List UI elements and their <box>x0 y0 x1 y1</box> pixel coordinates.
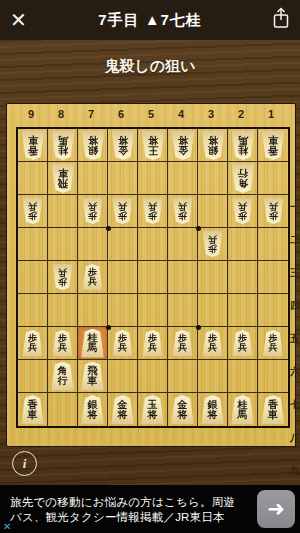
shogi-piece-bishop-gote: 角行 <box>231 164 255 193</box>
rank-label: 一 <box>290 190 300 223</box>
shogi-piece-pawn-sente: 歩兵 <box>52 330 73 356</box>
rank-labels: 一二三四五六七八九 <box>290 190 297 487</box>
shogi-piece-king-sente: 玉将 <box>141 395 165 424</box>
main-area: 鬼殺しの狙い 987654321 香車桂馬銀将金将王将金将銀将桂馬香車飛車角行歩… <box>0 40 300 485</box>
rank-label: 四 <box>290 289 300 322</box>
board-cell: 香車 <box>258 393 288 426</box>
board-cell <box>48 393 78 426</box>
file-label: 4 <box>166 108 196 123</box>
file-label: 1 <box>256 108 286 123</box>
board-cell: 歩兵 <box>78 261 108 294</box>
file-labels: 987654321 <box>16 108 295 123</box>
board-cell <box>78 162 108 195</box>
board-cell <box>108 228 138 261</box>
board-cell: 歩兵 <box>168 327 198 360</box>
board-cell <box>258 228 288 261</box>
board-cell <box>18 360 48 393</box>
board-cell <box>108 261 138 294</box>
board-cell: 飛車 <box>78 360 108 393</box>
shogi-piece-pawn-gote: 歩兵 <box>82 198 103 224</box>
rank-label: 七 <box>290 388 300 421</box>
board-cell: 歩兵 <box>228 195 258 228</box>
board-cell <box>198 195 228 228</box>
ad-close-button[interactable]: ✕ <box>3 521 11 532</box>
rank-label: 九 <box>290 454 300 487</box>
rank-label: 三 <box>290 256 300 289</box>
shogi-piece-pawn-sente: 歩兵 <box>232 330 253 356</box>
shogi-piece-pawn-sente: 歩兵 <box>82 264 103 290</box>
shogi-piece-pawn-sente: 歩兵 <box>142 330 163 356</box>
board-cell <box>138 162 168 195</box>
board-cell: 歩兵 <box>108 327 138 360</box>
board-cell: 歩兵 <box>48 327 78 360</box>
board-cell: 金将 <box>108 129 138 162</box>
board-cell <box>108 162 138 195</box>
rank-label: 六 <box>290 355 300 388</box>
board-cell: 桂馬 <box>228 129 258 162</box>
shogi-piece-lance-sente: 香車 <box>261 395 285 424</box>
board-cell: 銀将 <box>198 393 228 426</box>
board-cell <box>198 162 228 195</box>
shogi-piece-pawn-gote: 歩兵 <box>52 264 73 290</box>
board-cell <box>198 261 228 294</box>
shogi-piece-knight-sente: 桂馬 <box>81 329 105 358</box>
file-label: 6 <box>106 108 136 123</box>
board-cell: 銀将 <box>198 129 228 162</box>
board-cell: 飛車 <box>48 162 78 195</box>
app-screen: ✕ 7手目 ▲7七桂 鬼殺しの狙い 987654321 香車桂馬銀将金将王将金将… <box>0 0 300 533</box>
board-cell <box>78 228 108 261</box>
board-cell: 桂馬 <box>78 327 108 360</box>
board-cell <box>108 294 138 327</box>
board-cell: 歩兵 <box>198 327 228 360</box>
file-label: 5 <box>136 108 166 123</box>
board-cell <box>78 294 108 327</box>
board-cell: 銀将 <box>78 129 108 162</box>
shogi-piece-pawn-gote: 歩兵 <box>202 231 223 257</box>
shogi-piece-pawn-sente: 歩兵 <box>112 330 133 356</box>
board-cell <box>168 162 198 195</box>
board-grid: 香車桂馬銀将金将王将金将銀将桂馬香車飛車角行歩兵歩兵歩兵歩兵歩兵歩兵歩兵歩兵歩兵… <box>16 127 290 428</box>
shogi-piece-knight-sente: 桂馬 <box>231 395 255 424</box>
board-cell <box>228 228 258 261</box>
board-cell <box>138 360 168 393</box>
shogi-piece-gold-sente: 金将 <box>111 395 135 424</box>
board-cell: 金将 <box>168 129 198 162</box>
board-cell <box>18 162 48 195</box>
shogi-piece-lance-sente: 香車 <box>21 395 45 424</box>
page-title: 7手目 ▲7七桂 <box>98 11 202 30</box>
shogi-piece-knight-gote: 桂馬 <box>231 131 255 160</box>
share-button[interactable] <box>260 7 290 33</box>
board-cell: 銀将 <box>78 393 108 426</box>
board-cell: 歩兵 <box>198 228 228 261</box>
board-cell: 桂馬 <box>228 393 258 426</box>
board-cell <box>108 360 138 393</box>
board-cell: 歩兵 <box>18 327 48 360</box>
file-label: 9 <box>16 108 46 123</box>
file-label: 2 <box>226 108 256 123</box>
shogi-piece-gold-gote: 金将 <box>111 131 135 160</box>
board-cell: 歩兵 <box>258 327 288 360</box>
info-button[interactable]: i <box>12 451 37 476</box>
board-cell <box>168 294 198 327</box>
board-cell <box>258 162 288 195</box>
board-cell <box>48 294 78 327</box>
board-cell: 王将 <box>138 129 168 162</box>
shogi-piece-rook-gote: 飛車 <box>51 164 75 193</box>
shogi-piece-silver-sente: 銀将 <box>81 395 105 424</box>
opening-subtitle: 鬼殺しの狙い <box>0 40 300 76</box>
board-cell: 歩兵 <box>258 195 288 228</box>
board-cell <box>138 228 168 261</box>
board-cell: 歩兵 <box>48 261 78 294</box>
board-cell: 角行 <box>48 360 78 393</box>
shogi-piece-silver-gote: 銀将 <box>81 131 105 160</box>
ad-text: 旅先での移動にお悩みの方はこちら。周遊バス、観光タクシー情報掲載／JR東日本 <box>0 493 257 525</box>
board-cell: 歩兵 <box>18 195 48 228</box>
star-point <box>196 226 201 231</box>
board-cell: 香車 <box>258 129 288 162</box>
board-cell: 玉将 <box>138 393 168 426</box>
file-label: 7 <box>76 108 106 123</box>
board-cell: 金将 <box>168 393 198 426</box>
close-button[interactable]: ✕ <box>10 8 40 32</box>
ad-banner[interactable]: 旅先での移動にお悩みの方はこちら。周遊バス、観光タクシー情報掲載／JR東日本 ➜… <box>0 485 300 533</box>
shogi-piece-pawn-sente: 歩兵 <box>263 330 284 356</box>
shogi-piece-pawn-sente: 歩兵 <box>202 330 223 356</box>
board-cell: 歩兵 <box>78 195 108 228</box>
board-cell <box>258 360 288 393</box>
board-cell: 角行 <box>228 162 258 195</box>
arrow-right-icon: ➜ <box>267 497 285 521</box>
board-cell <box>198 294 228 327</box>
star-point <box>106 325 111 330</box>
board-cell: 歩兵 <box>108 195 138 228</box>
board-cell <box>48 228 78 261</box>
board-cell: 香車 <box>18 129 48 162</box>
shogi-piece-pawn-gote: 歩兵 <box>263 198 284 224</box>
board-cell: 歩兵 <box>228 327 258 360</box>
board-cell <box>18 228 48 261</box>
shogi-piece-king-gote: 王将 <box>141 131 165 160</box>
shogi-piece-pawn-gote: 歩兵 <box>232 198 253 224</box>
file-label: 8 <box>46 108 76 123</box>
file-label: 3 <box>196 108 226 123</box>
board-cell <box>138 294 168 327</box>
board-cell <box>258 261 288 294</box>
board-cell <box>168 261 198 294</box>
board-cell <box>48 195 78 228</box>
rank-label: 五 <box>290 322 300 355</box>
board-cell: 金将 <box>108 393 138 426</box>
board-cell <box>258 294 288 327</box>
board-cell <box>168 360 198 393</box>
board-cell: 香車 <box>18 393 48 426</box>
board-cell <box>198 360 228 393</box>
rank-label: 二 <box>290 223 300 256</box>
shogi-piece-pawn-gote: 歩兵 <box>112 198 133 224</box>
board-cell <box>228 294 258 327</box>
board-cell <box>168 228 198 261</box>
shogi-piece-pawn-gote: 歩兵 <box>22 198 43 224</box>
star-point <box>196 325 201 330</box>
shogi-piece-silver-sente: 銀将 <box>201 395 225 424</box>
board-cell <box>18 294 48 327</box>
shogi-piece-gold-sente: 金将 <box>171 395 195 424</box>
shogi-piece-lance-gote: 香車 <box>261 131 285 160</box>
ad-arrow-button[interactable]: ➜ <box>257 490 295 528</box>
shogi-piece-knight-gote: 桂馬 <box>51 131 75 160</box>
board-cell: 歩兵 <box>138 195 168 228</box>
board-cell: 桂馬 <box>48 129 78 162</box>
rank-label: 八 <box>290 421 300 454</box>
shogi-board: 987654321 香車桂馬銀将金将王将金将銀将桂馬香車飛車角行歩兵歩兵歩兵歩兵… <box>6 103 296 447</box>
star-point <box>106 226 111 231</box>
share-icon <box>272 7 290 33</box>
board-cell <box>138 261 168 294</box>
board-cell <box>228 261 258 294</box>
shogi-piece-pawn-sente: 歩兵 <box>172 330 193 356</box>
shogi-piece-pawn-gote: 歩兵 <box>172 198 193 224</box>
board-cell <box>228 360 258 393</box>
board-cell <box>18 261 48 294</box>
shogi-piece-rook-sente: 飛車 <box>81 362 105 391</box>
shogi-piece-silver-gote: 銀将 <box>201 131 225 160</box>
board-cell: 歩兵 <box>168 195 198 228</box>
shogi-piece-lance-gote: 香車 <box>21 131 45 160</box>
shogi-piece-gold-gote: 金将 <box>171 131 195 160</box>
shogi-piece-pawn-sente: 歩兵 <box>22 330 43 356</box>
board-cell: 歩兵 <box>138 327 168 360</box>
navbar: ✕ 7手目 ▲7七桂 <box>0 0 300 40</box>
shogi-piece-bishop-sente: 角行 <box>51 362 75 391</box>
shogi-piece-pawn-gote: 歩兵 <box>142 198 163 224</box>
